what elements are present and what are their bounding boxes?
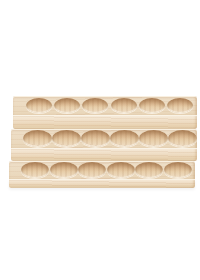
pit-r2-c2[interactable] xyxy=(52,130,81,147)
tier-back-front-face xyxy=(13,115,197,129)
pit-r1-c3[interactable] xyxy=(82,98,108,113)
pit-row-back xyxy=(13,96,197,115)
pit-r2-c3[interactable] xyxy=(81,130,110,147)
pit-r3-c3[interactable] xyxy=(78,162,106,178)
pit-r2-c5[interactable] xyxy=(139,130,168,147)
pit-r1-c1[interactable] xyxy=(26,98,52,113)
pit-r3-c1[interactable] xyxy=(21,162,49,178)
pit-r3-c2[interactable] xyxy=(50,162,78,178)
tier-middle xyxy=(11,129,197,161)
photo-canvas xyxy=(0,0,200,280)
pit-r1-c2[interactable] xyxy=(54,98,80,113)
pit-r1-c4[interactable] xyxy=(111,98,137,113)
pit-r1-c6[interactable] xyxy=(167,98,193,113)
pit-row-middle xyxy=(11,129,197,148)
pit-r3-c5[interactable] xyxy=(135,162,163,178)
pit-row-front xyxy=(9,161,195,179)
pit-r2-c1[interactable] xyxy=(23,130,52,147)
wooden-board xyxy=(9,96,197,187)
tier-front xyxy=(9,161,195,188)
pit-r3-c4[interactable] xyxy=(107,162,135,178)
pit-r1-c5[interactable] xyxy=(139,98,165,113)
pit-r2-c4[interactable] xyxy=(110,130,139,147)
tier-back xyxy=(13,96,197,129)
tier-front-front-face xyxy=(9,179,195,188)
tier-middle-front-face xyxy=(11,148,197,161)
pit-r3-c6[interactable] xyxy=(164,162,192,178)
pit-r2-c6[interactable] xyxy=(168,130,197,147)
